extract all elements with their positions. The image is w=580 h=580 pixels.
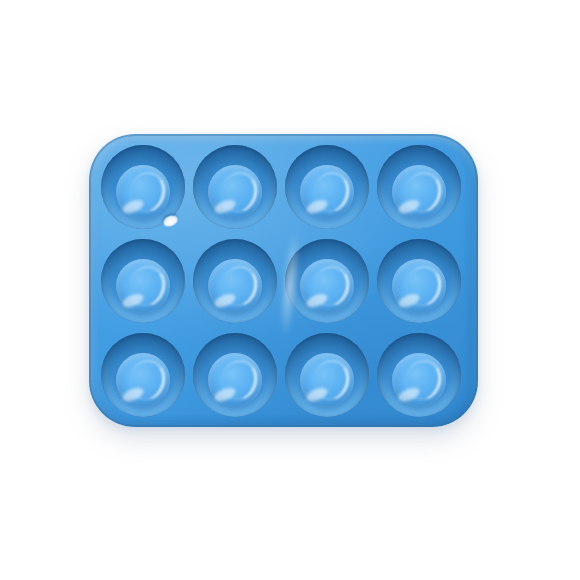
gloss-crescent-highlight [121,291,146,309]
gloss-crescent-highlight [397,291,422,309]
gloss-crescent-highlight [213,385,238,403]
gloss-crescent-highlight [213,291,238,309]
muffin-cavity [285,239,369,323]
gloss-crescent-highlight [397,197,422,215]
gloss-crescent-highlight [397,385,422,403]
product-photo-background [0,0,580,580]
muffin-cavity [285,333,369,417]
muffin-cavity [285,145,369,229]
cavity-floor [208,165,262,219]
cavity-floor [300,353,354,407]
cavity-floor [208,259,262,313]
muffin-cavity [101,145,185,229]
cavity-floor [392,353,446,407]
gloss-crescent-highlight [121,197,146,215]
cavity-floor [300,259,354,313]
cavity-floor [208,353,262,407]
muffin-cavity [101,239,185,323]
gloss-crescent-highlight [305,385,330,403]
muffin-cavity [377,145,461,229]
gloss-crescent-highlight [305,197,330,215]
cavity-floor [392,259,446,313]
gloss-crescent-highlight [213,197,238,215]
gloss-crescent-highlight [121,385,146,403]
muffin-cavity [377,333,461,417]
cavity-floor [300,165,354,219]
muffin-cavity [193,333,277,417]
muffin-cavity [193,239,277,323]
muffin-mold [89,134,478,427]
cavity-floor [116,353,170,407]
cavity-grid [89,134,478,427]
cavity-floor [392,165,446,219]
cavity-floor [116,259,170,313]
muffin-cavity [101,333,185,417]
cavity-floor [116,165,170,219]
muffin-cavity [377,239,461,323]
gloss-crescent-highlight [305,291,330,309]
muffin-cavity [193,145,277,229]
